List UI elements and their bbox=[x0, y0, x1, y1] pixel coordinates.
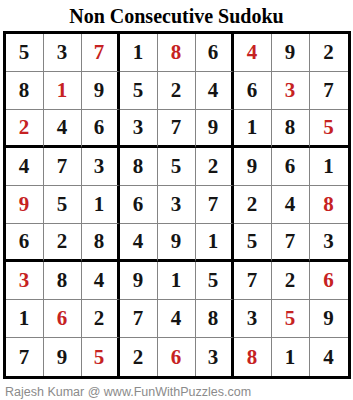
cell-r6c6: 1 bbox=[196, 224, 234, 262]
cell-r2c8: 3 bbox=[272, 72, 310, 110]
cell-r3c1: 2 bbox=[6, 110, 44, 148]
cell-r4c4: 8 bbox=[120, 148, 158, 186]
cell-r6c5: 9 bbox=[158, 224, 196, 262]
cell-r9c1: 7 bbox=[6, 338, 44, 376]
cell-r1c2: 3 bbox=[44, 34, 82, 72]
cell-r7c1: 3 bbox=[6, 262, 44, 300]
cell-r2c4: 5 bbox=[120, 72, 158, 110]
cell-r5c3: 1 bbox=[82, 186, 120, 224]
cell-r1c3: 7 bbox=[82, 34, 120, 72]
page-title: Non Consecutive Sudoku bbox=[0, 4, 353, 28]
cell-r8c4: 7 bbox=[120, 300, 158, 338]
cell-r7c9: 6 bbox=[310, 262, 348, 300]
cell-r6c7: 5 bbox=[234, 224, 272, 262]
cell-r2c1: 8 bbox=[6, 72, 44, 110]
cell-r9c2: 9 bbox=[44, 338, 82, 376]
cell-r5c6: 7 bbox=[196, 186, 234, 224]
cell-r1c5: 8 bbox=[158, 34, 196, 72]
cell-r7c3: 4 bbox=[82, 262, 120, 300]
cell-r3c6: 9 bbox=[196, 110, 234, 148]
cell-r3c4: 3 bbox=[120, 110, 158, 148]
cell-r8c5: 4 bbox=[158, 300, 196, 338]
cell-r1c7: 4 bbox=[234, 34, 272, 72]
cell-r7c7: 7 bbox=[234, 262, 272, 300]
cell-r5c5: 3 bbox=[158, 186, 196, 224]
cell-r2c2: 1 bbox=[44, 72, 82, 110]
cell-r6c1: 6 bbox=[6, 224, 44, 262]
cell-r8c3: 2 bbox=[82, 300, 120, 338]
cell-r7c5: 1 bbox=[158, 262, 196, 300]
cell-r4c5: 5 bbox=[158, 148, 196, 186]
cell-r5c1: 9 bbox=[6, 186, 44, 224]
cell-r4c6: 2 bbox=[196, 148, 234, 186]
cell-r7c4: 9 bbox=[120, 262, 158, 300]
cell-r5c2: 5 bbox=[44, 186, 82, 224]
cell-r5c9: 8 bbox=[310, 186, 348, 224]
cell-r6c9: 3 bbox=[310, 224, 348, 262]
cell-r4c7: 9 bbox=[234, 148, 272, 186]
cell-r1c1: 5 bbox=[6, 34, 44, 72]
cell-r6c3: 8 bbox=[82, 224, 120, 262]
cell-r3c3: 6 bbox=[82, 110, 120, 148]
cell-r4c8: 6 bbox=[272, 148, 310, 186]
cell-r3c7: 1 bbox=[234, 110, 272, 148]
cell-r5c8: 4 bbox=[272, 186, 310, 224]
cell-r4c2: 7 bbox=[44, 148, 82, 186]
cell-r6c2: 2 bbox=[44, 224, 82, 262]
cell-r3c9: 5 bbox=[310, 110, 348, 148]
cell-r1c9: 2 bbox=[310, 34, 348, 72]
sudoku-board: 5 3 7 1 8 6 4 9 2 8 1 9 5 2 4 6 3 7 2 4 … bbox=[3, 31, 351, 379]
cell-r4c1: 4 bbox=[6, 148, 44, 186]
cell-r9c7: 8 bbox=[234, 338, 272, 376]
cell-r8c8: 5 bbox=[272, 300, 310, 338]
cell-r9c6: 3 bbox=[196, 338, 234, 376]
cell-r2c5: 2 bbox=[158, 72, 196, 110]
cell-r4c3: 3 bbox=[82, 148, 120, 186]
attribution-footer: Rajesh Kumar @ www.FunWithPuzzles.com bbox=[5, 385, 353, 399]
cell-r8c1: 1 bbox=[6, 300, 44, 338]
cell-r9c4: 2 bbox=[120, 338, 158, 376]
cell-r9c3: 5 bbox=[82, 338, 120, 376]
cell-r1c4: 1 bbox=[120, 34, 158, 72]
cell-r8c9: 9 bbox=[310, 300, 348, 338]
cell-r6c4: 4 bbox=[120, 224, 158, 262]
cell-r5c4: 6 bbox=[120, 186, 158, 224]
cell-r9c8: 1 bbox=[272, 338, 310, 376]
cell-r8c7: 3 bbox=[234, 300, 272, 338]
cell-r2c9: 7 bbox=[310, 72, 348, 110]
cell-r3c5: 7 bbox=[158, 110, 196, 148]
cell-r5c7: 2 bbox=[234, 186, 272, 224]
cell-r3c8: 8 bbox=[272, 110, 310, 148]
cell-r2c6: 4 bbox=[196, 72, 234, 110]
cell-r1c6: 6 bbox=[196, 34, 234, 72]
cell-r9c5: 6 bbox=[158, 338, 196, 376]
cell-r7c6: 5 bbox=[196, 262, 234, 300]
cell-r8c6: 8 bbox=[196, 300, 234, 338]
cell-r7c8: 2 bbox=[272, 262, 310, 300]
cell-r3c2: 4 bbox=[44, 110, 82, 148]
cell-r4c9: 1 bbox=[310, 148, 348, 186]
cell-r1c8: 9 bbox=[272, 34, 310, 72]
cell-r2c7: 6 bbox=[234, 72, 272, 110]
cell-r8c2: 6 bbox=[44, 300, 82, 338]
cell-r2c3: 9 bbox=[82, 72, 120, 110]
cell-r9c9: 4 bbox=[310, 338, 348, 376]
cell-r7c2: 8 bbox=[44, 262, 82, 300]
cell-r6c8: 7 bbox=[272, 224, 310, 262]
